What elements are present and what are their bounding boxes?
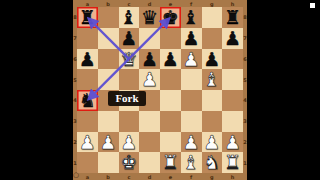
square-a1[interactable] xyxy=(77,152,98,173)
rank-label-3-right: 3 xyxy=(243,118,247,124)
square-f2[interactable]: ♟ xyxy=(181,132,202,153)
square-a3[interactable] xyxy=(77,111,98,132)
square-h3[interactable] xyxy=(222,111,243,132)
rank-label-6-right: 6 xyxy=(243,56,247,62)
black-pawn-c7[interactable]: ♟ xyxy=(119,28,140,49)
square-a5[interactable] xyxy=(77,69,98,90)
white-rook-h1[interactable]: ♜ xyxy=(222,152,243,173)
square-f7[interactable]: ♟ xyxy=(181,28,202,49)
square-e5[interactable] xyxy=(160,69,181,90)
square-a6[interactable]: ♟ xyxy=(77,49,98,70)
square-f4[interactable] xyxy=(181,90,202,111)
square-b6[interactable] xyxy=(98,49,119,70)
black-pawn-e6[interactable]: ♟ xyxy=(160,49,181,70)
square-f8[interactable]: ♝ xyxy=(181,7,202,28)
rank-label-5-right: 5 xyxy=(243,77,247,83)
square-e1[interactable]: ♜ xyxy=(160,152,181,173)
square-d8[interactable]: ♛ xyxy=(139,7,160,28)
square-g2[interactable]: ♟ xyxy=(202,132,223,153)
file-label-f-bottom: f xyxy=(190,174,192,180)
file-label-g-bottom: g xyxy=(210,174,214,180)
square-e4[interactable] xyxy=(160,90,181,111)
square-b3[interactable] xyxy=(98,111,119,132)
file-label-h-bottom: h xyxy=(231,174,235,180)
square-b1[interactable] xyxy=(98,152,119,173)
black-bishop-f8[interactable]: ♝ xyxy=(181,7,202,28)
rank-label-2-right: 2 xyxy=(243,139,247,145)
square-d2[interactable] xyxy=(139,132,160,153)
square-g6[interactable]: ♟ xyxy=(202,49,223,70)
square-a8[interactable]: ♜ xyxy=(77,7,98,28)
file-label-d-bottom: d xyxy=(148,174,152,180)
square-a7[interactable] xyxy=(77,28,98,49)
file-label-c-bottom: c xyxy=(127,174,130,180)
rank-label-1-left: 1 xyxy=(73,160,77,166)
square-e3[interactable] xyxy=(160,111,181,132)
square-c6[interactable]: ♛ xyxy=(119,49,140,70)
square-g1[interactable]: ♞ xyxy=(202,152,223,173)
black-queen-d8[interactable]: ♛ xyxy=(139,7,160,28)
board-grid: ♜♝♛♚♝♜♟♟♟♟♛♟♟♟♟♟♝♞♟♟♟♟♟♟♚♜♝♞♜ xyxy=(77,7,243,173)
square-b2[interactable]: ♟ xyxy=(98,132,119,153)
square-c7[interactable]: ♟ xyxy=(119,28,140,49)
square-g7[interactable] xyxy=(202,28,223,49)
square-h1[interactable]: ♜ xyxy=(222,152,243,173)
square-b5[interactable] xyxy=(98,69,119,90)
white-pawn-h2[interactable]: ♟ xyxy=(222,132,243,153)
square-h5[interactable] xyxy=(222,69,243,90)
chess-board: ♜♝♛♚♝♜♟♟♟♟♛♟♟♟♟♟♝♞♟♟♟♟♟♟♚♜♝♞♜ aabbccddee… xyxy=(73,0,247,180)
square-e2[interactable] xyxy=(160,132,181,153)
black-rook-a8[interactable]: ♜ xyxy=(77,7,98,28)
square-c3[interactable] xyxy=(119,111,140,132)
square-a4[interactable]: ♞ xyxy=(77,90,98,111)
rank-label-1-right: 1 xyxy=(243,160,247,166)
square-c1[interactable]: ♚ xyxy=(119,152,140,173)
fork-annotation-label: Fork xyxy=(108,91,146,106)
board-corner-icon: ○ xyxy=(73,171,80,179)
white-rook-e1[interactable]: ♜ xyxy=(160,152,181,173)
file-label-g-top: g xyxy=(210,1,214,7)
rank-label-3-left: 3 xyxy=(73,118,77,124)
black-bishop-c8[interactable]: ♝ xyxy=(119,7,140,28)
black-pawn-h7[interactable]: ♟ xyxy=(222,28,243,49)
square-e8[interactable]: ♚ xyxy=(160,7,181,28)
rank-label-7-right: 7 xyxy=(243,35,247,41)
white-pawn-b2[interactable]: ♟ xyxy=(98,132,119,153)
square-h2[interactable]: ♟ xyxy=(222,132,243,153)
square-d3[interactable] xyxy=(139,111,160,132)
square-h7[interactable]: ♟ xyxy=(222,28,243,49)
square-e7[interactable] xyxy=(160,28,181,49)
white-pawn-a2[interactable]: ♟ xyxy=(77,132,98,153)
black-pawn-f7[interactable]: ♟ xyxy=(181,28,202,49)
square-f5[interactable] xyxy=(181,69,202,90)
file-label-b-top: b xyxy=(106,1,110,7)
square-f3[interactable] xyxy=(181,111,202,132)
square-d6[interactable]: ♟ xyxy=(139,49,160,70)
square-g5[interactable]: ♝ xyxy=(202,69,223,90)
square-d5[interactable]: ♟ xyxy=(139,69,160,90)
black-pawn-a6[interactable]: ♟ xyxy=(77,49,98,70)
square-c5[interactable] xyxy=(119,69,140,90)
square-c2[interactable]: ♟ xyxy=(119,132,140,153)
rank-label-8-right: 8 xyxy=(243,14,247,20)
white-knight-g1[interactable]: ♞ xyxy=(202,152,223,173)
square-b8[interactable] xyxy=(98,7,119,28)
square-e6[interactable]: ♟ xyxy=(160,49,181,70)
rank-label-5-left: 5 xyxy=(73,77,77,83)
square-h6[interactable] xyxy=(222,49,243,70)
white-dot xyxy=(310,3,315,8)
square-c8[interactable]: ♝ xyxy=(119,7,140,28)
white-king-c1[interactable]: ♚ xyxy=(119,152,140,173)
square-a2[interactable]: ♟ xyxy=(77,132,98,153)
white-pawn-f2[interactable]: ♟ xyxy=(181,132,202,153)
square-g4[interactable] xyxy=(202,90,223,111)
white-pawn-d5[interactable]: ♟ xyxy=(139,69,160,90)
rank-label-4-right: 4 xyxy=(243,97,247,103)
white-pawn-c2[interactable]: ♟ xyxy=(119,132,140,153)
screenshot-root: ♜♝♛♚♝♜♟♟♟♟♛♟♟♟♟♟♝♞♟♟♟♟♟♟♚♜♝♞♜ aabbccddee… xyxy=(0,0,320,180)
file-label-b-bottom: b xyxy=(106,174,110,180)
square-f1[interactable]: ♝ xyxy=(181,152,202,173)
white-queen-c6[interactable]: ♛ xyxy=(119,49,140,70)
white-pawn-g2[interactable]: ♟ xyxy=(202,132,223,153)
square-g3[interactable] xyxy=(202,111,223,132)
black-rook-h8[interactable]: ♜ xyxy=(222,7,243,28)
white-pawn-f6[interactable]: ♟ xyxy=(181,49,202,70)
rank-label-7-left: 7 xyxy=(73,35,77,41)
square-h4[interactable] xyxy=(222,90,243,111)
black-pawn-d6[interactable]: ♟ xyxy=(139,49,160,70)
file-label-a-bottom: a xyxy=(86,174,89,180)
square-d7[interactable] xyxy=(139,28,160,49)
white-bishop-f1[interactable]: ♝ xyxy=(181,152,202,173)
square-d1[interactable] xyxy=(139,152,160,173)
square-f6[interactable]: ♟ xyxy=(181,49,202,70)
white-bishop-g5[interactable]: ♝ xyxy=(202,69,223,90)
square-h8[interactable]: ♜ xyxy=(222,7,243,28)
black-king-e8[interactable]: ♚ xyxy=(160,7,181,28)
square-g8[interactable] xyxy=(202,7,223,28)
square-b7[interactable] xyxy=(98,28,119,49)
black-pawn-g6[interactable]: ♟ xyxy=(202,49,223,70)
black-knight-a4[interactable]: ♞ xyxy=(77,90,98,111)
file-label-e-bottom: e xyxy=(169,174,172,180)
